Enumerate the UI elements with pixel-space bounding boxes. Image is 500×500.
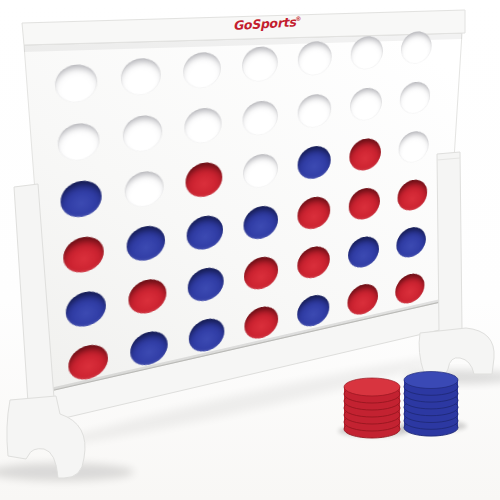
cell-r1c3[interactable] [171, 39, 231, 101]
blue-disc [297, 292, 329, 330]
blue-disc [186, 213, 223, 253]
red-disc [297, 244, 330, 282]
empty-hole [184, 106, 222, 146]
red-disc [297, 194, 330, 232]
cell-r2c3[interactable] [173, 95, 233, 157]
red-disc [395, 271, 425, 307]
blue-disc [396, 225, 426, 261]
empty-hole [242, 99, 277, 137]
cell-r2c2[interactable] [110, 102, 174, 166]
right-leg-foot [419, 328, 494, 374]
empty-hole [124, 169, 164, 210]
empty-hole [54, 63, 98, 105]
cell-r1c5[interactable] [288, 29, 342, 88]
red-disc [397, 177, 427, 213]
blue-disc-stack[interactable] [404, 372, 458, 437]
blue-disc [126, 223, 165, 264]
red-disc [244, 254, 278, 293]
empty-hole [57, 121, 100, 163]
blue-disc [60, 178, 103, 220]
empty-hole [398, 129, 429, 165]
right-leg-post [437, 152, 462, 332]
empty-hole [350, 86, 382, 122]
blue-disc [130, 328, 168, 369]
empty-hole [399, 80, 430, 115]
cell-r3c4[interactable] [232, 141, 287, 202]
empty-hole [298, 40, 332, 77]
red-disc [62, 234, 104, 276]
empty-hole [401, 30, 432, 65]
cell-r1c6[interactable] [341, 24, 393, 81]
cell-r1c4[interactable] [231, 34, 288, 95]
blue-disc [187, 265, 224, 305]
red-disc [349, 186, 381, 223]
blue-disc [298, 144, 331, 181]
blue-disc [348, 234, 379, 271]
red-disc [68, 341, 109, 383]
empty-hole [242, 45, 278, 83]
red-disc [185, 160, 222, 200]
cell-r3c6[interactable] [340, 126, 391, 184]
empty-hole [122, 113, 162, 154]
cell-r1c1[interactable] [41, 51, 110, 117]
empty-hole [120, 57, 161, 98]
empty-hole [183, 51, 221, 90]
registered-mark: ® [295, 15, 301, 22]
cell-r2c1[interactable] [44, 109, 112, 175]
red-disc [244, 303, 278, 342]
cell-r3c5[interactable] [288, 133, 341, 192]
empty-hole [243, 152, 278, 191]
cell-r3c7[interactable] [389, 119, 438, 175]
red-disc [128, 276, 167, 317]
red-disc [347, 281, 378, 318]
cell-r1c2[interactable] [108, 45, 173, 109]
connect-four-product-photo: GoSports® [0, 0, 500, 500]
red-disc [349, 136, 381, 172]
cell-r2c4[interactable] [232, 88, 288, 149]
cell-r2c6[interactable] [340, 76, 391, 133]
blue-disc [243, 203, 278, 242]
empty-hole [351, 35, 384, 71]
red-disc-stack[interactable] [344, 378, 400, 438]
cell-r1c7[interactable] [391, 20, 441, 76]
blue-disc [188, 315, 224, 355]
empty-hole [298, 92, 332, 129]
cell-r2c5[interactable] [288, 82, 341, 141]
cell-r2c7[interactable] [390, 70, 439, 126]
blue-disc [65, 288, 107, 330]
